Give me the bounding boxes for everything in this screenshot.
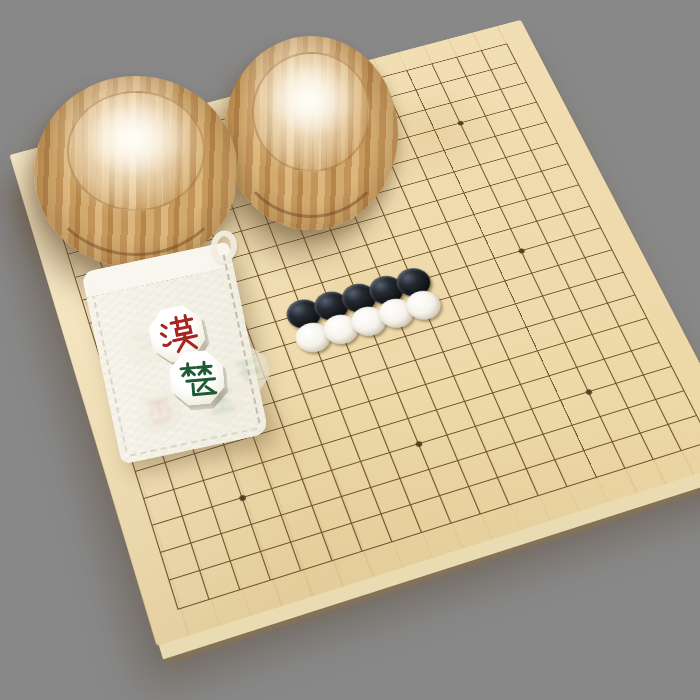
star-point <box>585 389 593 396</box>
photo-scene <box>0 0 700 700</box>
star-point <box>457 120 464 126</box>
star-point <box>415 441 423 448</box>
stone-bowl-left <box>34 76 238 268</box>
bowl-highlight <box>83 101 189 178</box>
bowl-highlight <box>266 61 356 139</box>
janggi-piece-cho <box>168 349 227 408</box>
stone-bowl-right <box>224 36 398 230</box>
star-point <box>518 248 526 254</box>
cho-character <box>174 355 220 401</box>
star-point <box>238 495 246 502</box>
